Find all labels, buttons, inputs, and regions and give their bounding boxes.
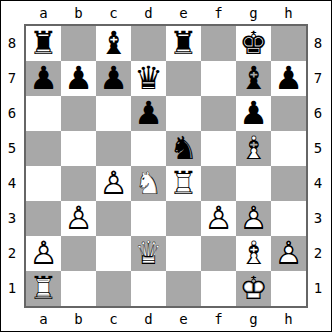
- rank-label-left-8: 8: [1, 26, 23, 61]
- square-g4[interactable]: [236, 166, 271, 201]
- black-bishop-piece: ♝: [236, 61, 271, 96]
- white-pawn-piece: ♟♙: [271, 236, 306, 271]
- square-g8[interactable]: ♚: [236, 26, 271, 61]
- rank-label-left-2: 2: [1, 236, 23, 271]
- square-e1[interactable]: [166, 271, 201, 306]
- square-a1[interactable]: ♜♖: [26, 271, 61, 306]
- rank-label-right-8: 8: [307, 26, 329, 61]
- white-rook-piece: ♜♖: [166, 166, 201, 201]
- white-king-piece: ♚♔: [236, 271, 271, 306]
- black-pawn-piece: ♟: [131, 96, 166, 131]
- rank-label-left-7: 7: [1, 61, 23, 96]
- square-a6[interactable]: [26, 96, 61, 131]
- square-e7[interactable]: [166, 61, 201, 96]
- rank-label-left-6: 6: [1, 96, 23, 131]
- square-b6[interactable]: [61, 96, 96, 131]
- square-f8[interactable]: [201, 26, 236, 61]
- rank-label-right-5: 5: [307, 131, 329, 166]
- square-d2[interactable]: ♛♕: [131, 236, 166, 271]
- rank-label-right-6: 6: [307, 96, 329, 131]
- square-h3[interactable]: [271, 201, 306, 236]
- square-e5[interactable]: ♞: [166, 131, 201, 166]
- square-g7[interactable]: ♝: [236, 61, 271, 96]
- square-c8[interactable]: ♝: [96, 26, 131, 61]
- square-h7[interactable]: ♟: [271, 61, 306, 96]
- square-e3[interactable]: [166, 201, 201, 236]
- white-bishop-piece: ♝♗: [236, 131, 271, 166]
- square-f3[interactable]: ♟♙: [201, 201, 236, 236]
- black-pawn-piece: ♟: [96, 61, 131, 96]
- white-bishop-piece: ♝♗: [236, 236, 271, 271]
- square-c4[interactable]: ♟♙: [96, 166, 131, 201]
- file-label-top-a: a: [26, 3, 61, 23]
- square-g2[interactable]: ♝♗: [236, 236, 271, 271]
- square-g3[interactable]: ♟♙: [236, 201, 271, 236]
- rank-label-right-1: 1: [307, 271, 329, 306]
- black-knight-piece: ♞: [166, 131, 201, 166]
- square-a4[interactable]: [26, 166, 61, 201]
- white-pawn-piece: ♟♙: [236, 201, 271, 236]
- square-f4[interactable]: [201, 166, 236, 201]
- square-b8[interactable]: [61, 26, 96, 61]
- white-pawn-piece: ♟♙: [96, 166, 131, 201]
- file-label-top-d: d: [131, 3, 166, 23]
- black-pawn-piece: ♟: [61, 61, 96, 96]
- file-label-top-g: g: [236, 3, 271, 23]
- square-c2[interactable]: [96, 236, 131, 271]
- square-d1[interactable]: [131, 271, 166, 306]
- square-c3[interactable]: [96, 201, 131, 236]
- black-bishop-piece: ♝: [96, 26, 131, 61]
- square-h4[interactable]: [271, 166, 306, 201]
- black-pawn-piece: ♟: [236, 96, 271, 131]
- square-h2[interactable]: ♟♙: [271, 236, 306, 271]
- square-a5[interactable]: [26, 131, 61, 166]
- rank-label-right-4: 4: [307, 166, 329, 201]
- square-d8[interactable]: [131, 26, 166, 61]
- white-rook-piece: ♜♖: [26, 271, 61, 306]
- square-d5[interactable]: [131, 131, 166, 166]
- black-pawn-piece: ♟: [271, 61, 306, 96]
- square-f6[interactable]: [201, 96, 236, 131]
- rank-label-left-1: 1: [1, 271, 23, 306]
- white-pawn-piece: ♟♙: [26, 236, 61, 271]
- black-rook-piece: ♜: [26, 26, 61, 61]
- square-e2[interactable]: [166, 236, 201, 271]
- file-label-bottom-b: b: [61, 309, 96, 329]
- square-g5[interactable]: ♝♗: [236, 131, 271, 166]
- white-queen-piece: ♛♕: [131, 236, 166, 271]
- square-a2[interactable]: ♟♙: [26, 236, 61, 271]
- square-a7[interactable]: ♟: [26, 61, 61, 96]
- square-b7[interactable]: ♟: [61, 61, 96, 96]
- file-label-bottom-h: h: [271, 309, 306, 329]
- square-h1[interactable]: [271, 271, 306, 306]
- rank-label-left-5: 5: [1, 131, 23, 166]
- black-rook-piece: ♜: [166, 26, 201, 61]
- square-b1[interactable]: [61, 271, 96, 306]
- square-e6[interactable]: [166, 96, 201, 131]
- chess-diagram: ♜♝♜♚♟♟♟♛♝♟♟♟♞♝♗♟♙♞♘♜♖♟♙♟♙♟♙♟♙♛♕♝♗♟♙♜♖♚♔ …: [0, 0, 332, 332]
- black-pawn-piece: ♟: [26, 61, 61, 96]
- white-knight-piece: ♞♘: [131, 166, 166, 201]
- square-h6[interactable]: [271, 96, 306, 131]
- square-a8[interactable]: ♜: [26, 26, 61, 61]
- square-b4[interactable]: [61, 166, 96, 201]
- file-label-bottom-c: c: [96, 309, 131, 329]
- square-f2[interactable]: [201, 236, 236, 271]
- chess-board: ♜♝♜♚♟♟♟♛♝♟♟♟♞♝♗♟♙♞♘♜♖♟♙♟♙♟♙♟♙♛♕♝♗♟♙♜♖♚♔: [24, 24, 308, 308]
- square-d4[interactable]: ♞♘: [131, 166, 166, 201]
- file-label-top-b: b: [61, 3, 96, 23]
- square-f5[interactable]: [201, 131, 236, 166]
- square-f1[interactable]: [201, 271, 236, 306]
- square-d6[interactable]: ♟: [131, 96, 166, 131]
- square-b2[interactable]: [61, 236, 96, 271]
- square-c7[interactable]: ♟: [96, 61, 131, 96]
- file-label-top-e: e: [166, 3, 201, 23]
- square-g1[interactable]: ♚♔: [236, 271, 271, 306]
- square-h8[interactable]: [271, 26, 306, 61]
- file-label-top-c: c: [96, 3, 131, 23]
- square-h5[interactable]: [271, 131, 306, 166]
- square-c1[interactable]: [96, 271, 131, 306]
- square-c5[interactable]: [96, 131, 131, 166]
- square-e8[interactable]: ♜: [166, 26, 201, 61]
- square-b5[interactable]: [61, 131, 96, 166]
- file-label-bottom-a: a: [26, 309, 61, 329]
- square-a3[interactable]: [26, 201, 61, 236]
- square-d7[interactable]: ♛: [131, 61, 166, 96]
- file-label-bottom-d: d: [131, 309, 166, 329]
- rank-label-left-4: 4: [1, 166, 23, 201]
- square-g6[interactable]: ♟: [236, 96, 271, 131]
- file-label-bottom-e: e: [166, 309, 201, 329]
- white-pawn-piece: ♟♙: [61, 201, 96, 236]
- file-label-top-f: f: [201, 3, 236, 23]
- rank-label-right-3: 3: [307, 201, 329, 236]
- file-label-top-h: h: [271, 3, 306, 23]
- square-f7[interactable]: [201, 61, 236, 96]
- square-e4[interactable]: ♜♖: [166, 166, 201, 201]
- square-b3[interactable]: ♟♙: [61, 201, 96, 236]
- square-d3[interactable]: [131, 201, 166, 236]
- file-label-bottom-g: g: [236, 309, 271, 329]
- rank-label-right-2: 2: [307, 236, 329, 271]
- file-label-bottom-f: f: [201, 309, 236, 329]
- black-king-piece: ♚: [236, 26, 271, 61]
- square-c6[interactable]: [96, 96, 131, 131]
- white-pawn-piece: ♟♙: [201, 201, 236, 236]
- rank-label-left-3: 3: [1, 201, 23, 236]
- rank-label-right-7: 7: [307, 61, 329, 96]
- black-queen-piece: ♛: [131, 61, 166, 96]
